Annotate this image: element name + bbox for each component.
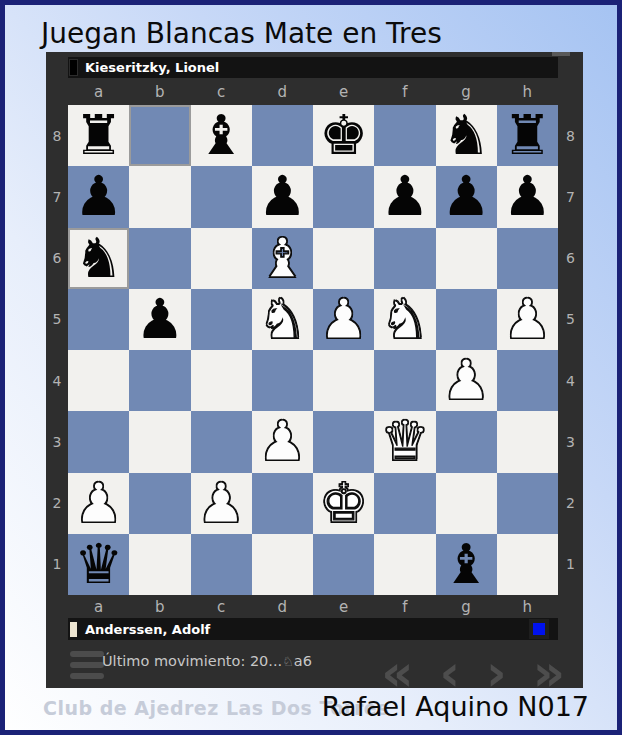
- rank-label-8: 8: [46, 129, 68, 143]
- black-knight-g8[interactable]: ♞: [441, 105, 490, 166]
- black-player-name: Kieseritzky, Lionel: [85, 60, 219, 75]
- square-a1[interactable]: ♛: [68, 534, 129, 595]
- square-d3[interactable]: ♟: [252, 411, 313, 472]
- square-d1[interactable]: [252, 534, 313, 595]
- square-c7[interactable]: [191, 166, 252, 227]
- square-b1[interactable]: [129, 534, 190, 595]
- square-h3[interactable]: [497, 411, 558, 472]
- rank-label-7: 7: [558, 190, 583, 204]
- square-d7[interactable]: ♟: [252, 166, 313, 227]
- white-color-indicator: [70, 622, 77, 637]
- square-f5[interactable]: ♞: [374, 289, 435, 350]
- black-pawn-b5[interactable]: ♟: [135, 289, 184, 350]
- rank-label-7: 7: [46, 190, 68, 204]
- file-label-g: g: [436, 85, 497, 100]
- file-label-d: d: [252, 600, 313, 615]
- square-h4[interactable]: [497, 350, 558, 411]
- square-f1[interactable]: [374, 534, 435, 595]
- square-c3[interactable]: [191, 411, 252, 472]
- file-label-e: e: [313, 85, 374, 100]
- square-e3[interactable]: [313, 411, 374, 472]
- square-g7[interactable]: ♟: [436, 166, 497, 227]
- file-labels-top: abcdefgh: [68, 80, 558, 105]
- black-pawn-d7[interactable]: ♟: [258, 166, 307, 227]
- white-knight-d5[interactable]: ♞: [258, 289, 307, 350]
- rank-label-6: 6: [46, 251, 68, 265]
- black-rook-h8[interactable]: ♜: [503, 105, 552, 166]
- rank-label-8: 8: [558, 129, 583, 143]
- square-e5[interactable]: ♟: [313, 289, 374, 350]
- square-f3[interactable]: ♛: [374, 411, 435, 472]
- file-label-e: e: [313, 600, 374, 615]
- file-label-f: f: [374, 85, 435, 100]
- square-d8[interactable]: [252, 105, 313, 166]
- rank-label-5: 5: [558, 312, 583, 326]
- square-h7[interactable]: ♟: [497, 166, 558, 227]
- square-a7[interactable]: ♟: [68, 166, 129, 227]
- square-c8[interactable]: ♝: [191, 105, 252, 166]
- square-a2[interactable]: ♟: [68, 473, 129, 534]
- square-h6[interactable]: [497, 228, 558, 289]
- white-pawn-a2[interactable]: ♟: [74, 473, 123, 534]
- black-pawn-a7[interactable]: ♟: [74, 166, 123, 227]
- white-player-name: Anderssen, Adolf: [85, 622, 210, 637]
- rank-labels-right: 87654321: [558, 105, 583, 595]
- square-b2[interactable]: [129, 473, 190, 534]
- square-f2[interactable]: [374, 473, 435, 534]
- square-c5[interactable]: [191, 289, 252, 350]
- file-label-a: a: [68, 600, 129, 615]
- square-d2[interactable]: [252, 473, 313, 534]
- square-a6[interactable]: ♞: [68, 228, 129, 289]
- nav-last-button[interactable]: »: [533, 646, 565, 688]
- square-e7[interactable]: [313, 166, 374, 227]
- black-bishop-g1[interactable]: ♝: [441, 534, 490, 595]
- file-label-h: h: [497, 85, 558, 100]
- square-e4[interactable]: [313, 350, 374, 411]
- square-c2[interactable]: ♟: [191, 473, 252, 534]
- white-pawn-g4[interactable]: ♟: [441, 350, 490, 411]
- square-a8[interactable]: ♜: [68, 105, 129, 166]
- file-label-g: g: [436, 600, 497, 615]
- rank-label-6: 6: [558, 251, 583, 265]
- black-rook-a8[interactable]: ♜: [74, 105, 123, 166]
- rank-label-1: 1: [558, 557, 583, 571]
- black-knight-a6[interactable]: ♞: [74, 228, 123, 289]
- white-queen-f3[interactable]: ♛: [380, 411, 429, 472]
- black-bishop-c8[interactable]: ♝: [196, 105, 245, 166]
- file-label-d: d: [252, 85, 313, 100]
- nav-prev-button[interactable]: ‹: [439, 646, 460, 688]
- square-g5[interactable]: [436, 289, 497, 350]
- last-move-status: Último movimiento: 20...♘a6: [102, 653, 312, 669]
- square-d4[interactable]: [252, 350, 313, 411]
- white-pawn-d3[interactable]: ♟: [258, 411, 307, 472]
- file-label-f: f: [374, 600, 435, 615]
- square-g2[interactable]: [436, 473, 497, 534]
- square-c4[interactable]: [191, 350, 252, 411]
- square-c6[interactable]: [191, 228, 252, 289]
- rank-label-2: 2: [558, 496, 583, 510]
- turn-indicator-pad: [529, 619, 549, 639]
- square-f7[interactable]: ♟: [374, 166, 435, 227]
- square-g3[interactable]: [436, 411, 497, 472]
- black-king-e8[interactable]: ♚: [319, 105, 368, 166]
- file-label-b: b: [129, 85, 190, 100]
- author-credit: Rafael Aquino N017: [322, 691, 589, 722]
- square-a4[interactable]: [68, 350, 129, 411]
- square-b4[interactable]: [129, 350, 190, 411]
- square-a3[interactable]: [68, 411, 129, 472]
- file-label-b: b: [129, 600, 190, 615]
- black-color-indicator: [70, 60, 77, 75]
- black-pawn-g7[interactable]: ♟: [441, 166, 490, 227]
- square-d6[interactable]: ♝: [252, 228, 313, 289]
- white-to-move-indicator: [533, 623, 545, 635]
- square-d5[interactable]: ♞: [252, 289, 313, 350]
- square-e2[interactable]: ♚: [313, 473, 374, 534]
- nav-next-button[interactable]: ›: [486, 646, 507, 688]
- white-knight-f5[interactable]: ♞: [380, 289, 429, 350]
- square-e1[interactable]: [313, 534, 374, 595]
- panel-top-strip: [552, 52, 570, 56]
- black-pawn-f7[interactable]: ♟: [380, 166, 429, 227]
- last-move-square: a6: [294, 653, 312, 669]
- rank-label-3: 3: [558, 435, 583, 449]
- square-a5[interactable]: [68, 289, 129, 350]
- square-e6[interactable]: [313, 228, 374, 289]
- white-pawn-h5[interactable]: ♟: [503, 289, 552, 350]
- square-g6[interactable]: [436, 228, 497, 289]
- rank-label-4: 4: [558, 374, 583, 388]
- file-label-c: c: [191, 85, 252, 100]
- menu-hamburger-icon[interactable]: [70, 651, 104, 684]
- chess-app-panel: Kieseritzky, Lionel abcdefgh 87654321 ♜♝…: [46, 52, 583, 688]
- file-label-c: c: [191, 600, 252, 615]
- controls-row: Último movimiento: 20...♘a6 « ‹ › »: [46, 644, 583, 688]
- knight-icon: ♘: [282, 654, 294, 669]
- square-g4[interactable]: ♟: [436, 350, 497, 411]
- file-label-a: a: [68, 85, 129, 100]
- nav-first-button[interactable]: «: [381, 646, 413, 688]
- square-c1[interactable]: [191, 534, 252, 595]
- rank-label-3: 3: [46, 435, 68, 449]
- square-b3[interactable]: [129, 411, 190, 472]
- square-e8[interactable]: ♚: [313, 105, 374, 166]
- move-navigation: « ‹ › »: [381, 646, 565, 688]
- square-g1[interactable]: ♝: [436, 534, 497, 595]
- last-move-label: Último movimiento: 20...: [102, 653, 282, 669]
- square-b6[interactable]: [129, 228, 190, 289]
- square-h1[interactable]: [497, 534, 558, 595]
- rank-label-5: 5: [46, 312, 68, 326]
- square-f4[interactable]: [374, 350, 435, 411]
- black-queen-a1[interactable]: ♛: [74, 534, 123, 595]
- square-h2[interactable]: [497, 473, 558, 534]
- square-b5[interactable]: ♟: [129, 289, 190, 350]
- white-pawn-c2[interactable]: ♟: [196, 473, 245, 534]
- square-f8[interactable]: [374, 105, 435, 166]
- white-bishop-d6[interactable]: ♝: [258, 228, 307, 289]
- white-player-bar: Anderssen, Adolf: [68, 618, 558, 640]
- rank-label-1: 1: [46, 557, 68, 571]
- file-label-h: h: [497, 600, 558, 615]
- square-b7[interactable]: [129, 166, 190, 227]
- rank-label-4: 4: [46, 374, 68, 388]
- square-h8[interactable]: ♜: [497, 105, 558, 166]
- black-pawn-h7[interactable]: ♟: [503, 166, 552, 227]
- file-labels-bottom: abcdefgh: [68, 597, 558, 618]
- black-player-bar: Kieseritzky, Lionel: [68, 57, 558, 78]
- square-f6[interactable]: [374, 228, 435, 289]
- square-g8[interactable]: ♞: [436, 105, 497, 166]
- white-pawn-e5[interactable]: ♟: [319, 289, 368, 350]
- page-title: Juegan Blancas Mate en Tres: [41, 17, 442, 50]
- chess-board: ♜♝♚♞♜♟♟♟♟♟♞♝♟♞♟♞♟♟♟♛♟♟♚♛♝: [68, 105, 558, 595]
- white-king-e2[interactable]: ♚: [319, 473, 368, 534]
- rank-label-2: 2: [46, 496, 68, 510]
- square-b8[interactable]: [129, 105, 190, 166]
- square-h5[interactable]: ♟: [497, 289, 558, 350]
- rank-labels-left: 87654321: [46, 105, 68, 595]
